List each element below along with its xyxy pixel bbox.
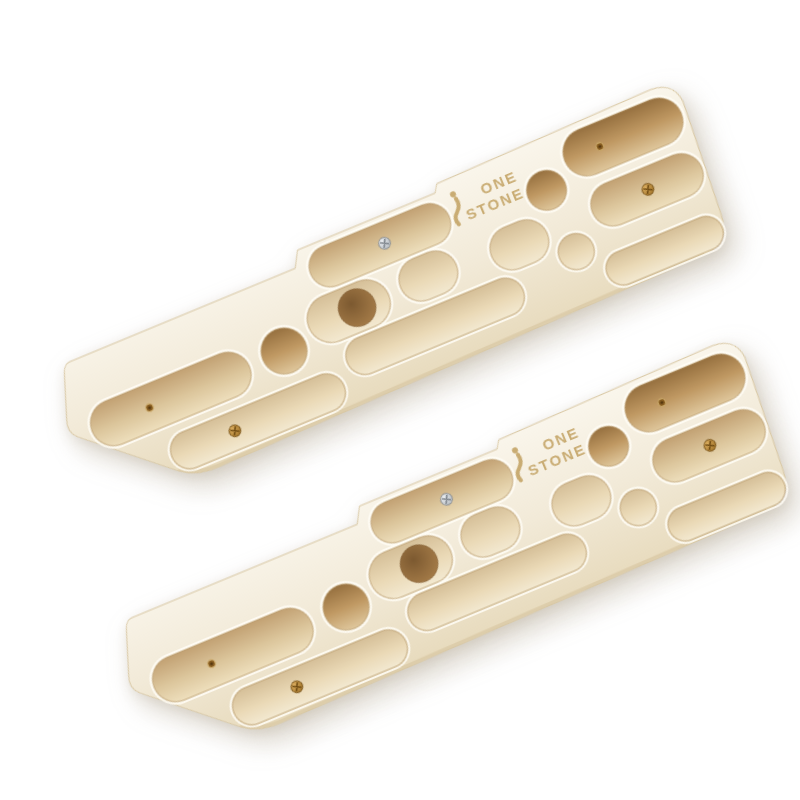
product-photo-scene: ONESTONEONESTONE xyxy=(0,0,800,800)
